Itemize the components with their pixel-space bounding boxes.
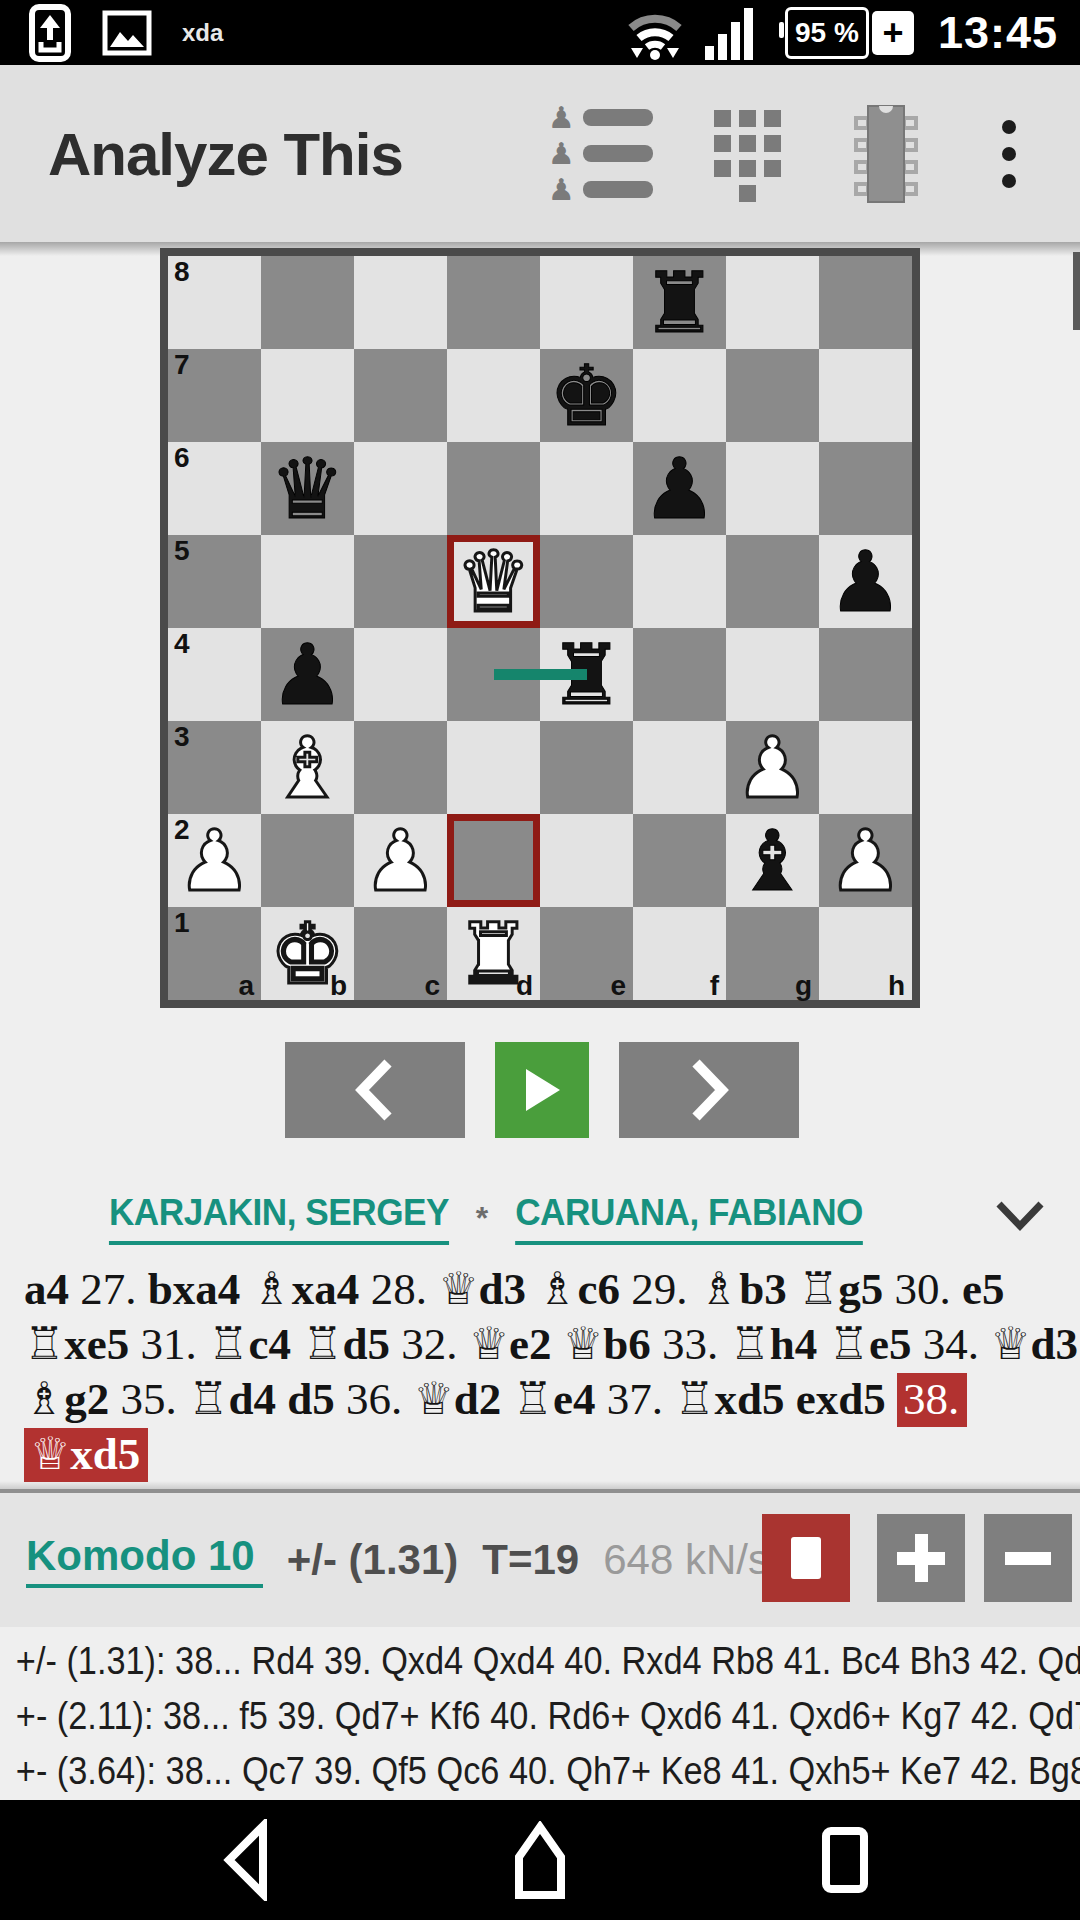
square-c4[interactable] (354, 628, 447, 721)
square-b5[interactable] (261, 535, 354, 628)
file-label: h (888, 970, 905, 1002)
square-d5[interactable]: ♛ (447, 535, 540, 628)
square-d8[interactable] (447, 256, 540, 349)
file-label: c (424, 970, 440, 1002)
square-h5[interactable]: ♟ (819, 535, 912, 628)
square-b1[interactable]: b♚ (261, 907, 354, 1000)
file-label: g (795, 970, 812, 1002)
panel-shadow (0, 1481, 1080, 1489)
square-f1[interactable]: f (633, 907, 726, 1000)
square-c7[interactable] (354, 349, 447, 442)
piece-c2: ♟ (354, 814, 447, 907)
square-c8[interactable] (354, 256, 447, 349)
rank-label: 5 (174, 535, 190, 567)
square-e8[interactable] (540, 256, 633, 349)
square-h8[interactable] (819, 256, 912, 349)
chevron-left-icon (354, 1057, 396, 1123)
moves-list-icon[interactable]: ♟ ♟ ♟ (548, 105, 653, 203)
screenshot-image-icon (102, 10, 152, 56)
stop-icon (791, 1537, 821, 1579)
square-g4[interactable] (726, 628, 819, 721)
current-move-number: 38. (897, 1373, 967, 1427)
remove-line-button[interactable] (984, 1514, 1072, 1602)
overflow-menu-icon[interactable] (1002, 120, 1016, 188)
analysis-line-3: +- (3.64): 38... Qc7 39. Qf5 Qc6 40. Qh7… (0, 1743, 1080, 1798)
engine-chip-icon[interactable] (852, 102, 920, 206)
square-b6[interactable]: ♛ (261, 442, 354, 535)
rank-label: 8 (174, 256, 190, 288)
square-c1[interactable]: c (354, 907, 447, 1000)
square-a6[interactable]: 6 (168, 442, 261, 535)
square-f8[interactable]: ♜ (633, 256, 726, 349)
file-label: f (710, 970, 719, 1002)
square-g1[interactable]: g (726, 907, 819, 1000)
piece-b4: ♟ (261, 628, 354, 721)
move-line: a4 27. bxa4 ♗xa4 28. ♕d3 ♗c6 29. ♗b3 ♖g5… (24, 1264, 1005, 1314)
engine-evaluation: +/- (1.31) (287, 1536, 459, 1584)
piece-d5: ♛ (447, 535, 540, 628)
back-icon[interactable] (220, 1819, 270, 1901)
engine-arrow (494, 669, 587, 680)
square-f3[interactable] (633, 721, 726, 814)
wifi-icon (625, 6, 685, 60)
square-c2[interactable]: ♟ (354, 814, 447, 907)
rank-label: 7 (174, 349, 190, 381)
engine-stop-button[interactable] (762, 1514, 850, 1602)
home-icon[interactable] (511, 1821, 569, 1899)
chevron-down-icon[interactable] (994, 1200, 1046, 1232)
battery-percent: 95 % (795, 17, 859, 49)
chevron-right-icon (688, 1057, 730, 1123)
file-label: e (610, 970, 626, 1002)
white-player-link[interactable]: KARJAKIN, SERGEY (109, 1192, 449, 1245)
forward-move-button[interactable] (619, 1042, 799, 1138)
app-bar: Analyze This ♟ ♟ ♟ (0, 65, 1080, 242)
square-b4[interactable]: ♟ (261, 628, 354, 721)
square-f7[interactable] (633, 349, 726, 442)
android-nav-bar (0, 1800, 1080, 1920)
square-b8[interactable] (261, 256, 354, 349)
square-c6[interactable] (354, 442, 447, 535)
board-grid: 8♜7♚6♛♟5♛♟4♟♜3♝♟2♟♟♝♟1ab♚cd♜efgh (168, 256, 912, 1000)
add-line-button[interactable] (877, 1514, 965, 1602)
square-e7[interactable]: ♚ (540, 349, 633, 442)
engine-name-link[interactable]: Komodo 10 (26, 1532, 263, 1588)
square-h4[interactable] (819, 628, 912, 721)
piece-e7: ♚ (540, 349, 633, 442)
square-h6[interactable] (819, 442, 912, 535)
square-e5[interactable] (540, 535, 633, 628)
plus-icon (897, 1534, 945, 1582)
piece-b3: ♝ (261, 721, 354, 814)
square-e6[interactable] (540, 442, 633, 535)
file-label: a (238, 970, 254, 1002)
square-b2[interactable] (261, 814, 354, 907)
engine-speed: 648 kN/s (603, 1536, 769, 1584)
notification-label: xda (182, 19, 223, 47)
screen: xda 95 % + 13:45 Analyze This ♟ ♟ (0, 0, 1080, 1920)
piece-h2: ♟ (819, 814, 912, 907)
rank-label: 4 (174, 628, 190, 660)
analysis-lines[interactable]: +/- (1.31): 38... Rd4 39. Qxd4 Qxd4 40. … (0, 1633, 1080, 1798)
square-d1[interactable]: d♜ (447, 907, 540, 1000)
move-navigation (285, 1042, 799, 1138)
chess-board: 8♜7♚6♛♟5♛♟4♟♜3♝♟2♟♟♝♟1ab♚cd♜efgh (160, 248, 920, 1008)
rank-label: 1 (174, 907, 190, 939)
square-g3[interactable]: ♟ (726, 721, 819, 814)
square-h7[interactable] (819, 349, 912, 442)
square-f4[interactable] (633, 628, 726, 721)
square-h1[interactable]: h (819, 907, 912, 1000)
file-label: b (330, 970, 347, 1002)
square-a7[interactable]: 7 (168, 349, 261, 442)
square-g5[interactable] (726, 535, 819, 628)
piece-f8: ♜ (633, 256, 726, 349)
square-h3[interactable] (819, 721, 912, 814)
rank-label: 6 (174, 442, 190, 474)
scrollbar[interactable] (1073, 252, 1080, 330)
status-bar: xda 95 % + 13:45 (0, 0, 1080, 65)
square-c5[interactable] (354, 535, 447, 628)
square-a4[interactable]: 4 (168, 628, 261, 721)
square-c3[interactable] (354, 721, 447, 814)
engine-panel: Komodo 10 +/- (1.31) T=19 648 kN/s (0, 1493, 1080, 1627)
square-h2[interactable]: ♟ (819, 814, 912, 907)
square-d6[interactable] (447, 442, 540, 535)
square-d2[interactable] (447, 814, 540, 907)
engine-depth: T=19 (482, 1536, 579, 1584)
file-label: d (516, 970, 533, 1002)
move-line: ♗g2 35. ♖d4 d5 36. ♕d2 ♖e4 37. ♖xd5 exd5 (24, 1374, 897, 1424)
clock: 13:45 (938, 7, 1058, 59)
page-title: Analyze This (48, 119, 403, 188)
square-e1[interactable]: e (540, 907, 633, 1000)
signal-bars-icon (705, 6, 755, 60)
move-line: ♖xe5 31. ♖c4 ♖d5 32. ♕e2 ♕b6 33. ♖h4 ♖e5… (24, 1319, 1078, 1369)
square-a3[interactable]: 3 (168, 721, 261, 814)
square-a1[interactable]: 1a (168, 907, 261, 1000)
square-b3[interactable]: ♝ (261, 721, 354, 814)
square-g8[interactable] (726, 256, 819, 349)
back-move-button[interactable] (285, 1042, 465, 1138)
piece-g3: ♟ (726, 721, 819, 814)
players-row: KARJAKIN, SERGEY * CARUANA, FABIANO (0, 1192, 1080, 1245)
square-e2[interactable] (540, 814, 633, 907)
black-player-link[interactable]: CARUANA, FABIANO (515, 1192, 863, 1245)
keypad-icon[interactable] (712, 104, 782, 204)
current-move: ♕xd5 (24, 1428, 148, 1482)
rank-label: 2 (174, 814, 190, 846)
play-icon (522, 1067, 562, 1113)
piece-b6: ♛ (261, 442, 354, 535)
square-g2[interactable]: ♝ (726, 814, 819, 907)
battery-charging-icon: + (872, 11, 914, 55)
square-g6[interactable] (726, 442, 819, 535)
square-a8[interactable]: 8 (168, 256, 261, 349)
recents-icon[interactable] (821, 1826, 869, 1894)
play-button[interactable] (495, 1042, 589, 1138)
analysis-line-2: +- (2.11): 38... f5 39. Qd7+ Kf6 40. Rd6… (0, 1688, 1080, 1743)
square-d3[interactable] (447, 721, 540, 814)
result-separator: * (476, 1200, 488, 1237)
piece-h5: ♟ (819, 535, 912, 628)
square-f6[interactable]: ♟ (633, 442, 726, 535)
square-e3[interactable] (540, 721, 633, 814)
rank-label: 3 (174, 721, 190, 753)
square-f2[interactable] (633, 814, 726, 907)
square-a5[interactable]: 5 (168, 535, 261, 628)
square-g7[interactable] (726, 349, 819, 442)
phone-share-icon (28, 4, 72, 62)
square-a2[interactable]: 2♟ (168, 814, 261, 907)
piece-f6: ♟ (633, 442, 726, 535)
battery-icon: 95 % (785, 7, 869, 59)
move-list[interactable]: a4 27. bxa4 ♗xa4 28. ♕d3 ♗c6 29. ♗b3 ♖g5… (0, 1262, 1080, 1482)
analysis-line-1: +/- (1.31): 38... Rd4 39. Qxd4 Qxd4 40. … (0, 1633, 1080, 1688)
minus-icon (1005, 1552, 1051, 1565)
square-b7[interactable] (261, 349, 354, 442)
square-f5[interactable] (633, 535, 726, 628)
square-d7[interactable] (447, 349, 540, 442)
piece-g2: ♝ (726, 814, 819, 907)
